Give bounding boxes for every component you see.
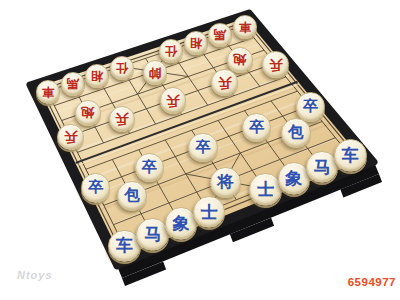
piece-glyph: 馬 [214,29,226,41]
piece-glyph: 炮 [233,53,246,66]
piece-glyph: 卒 [249,120,264,135]
piece-red-soldier[interactable]: 兵 [57,124,84,151]
piece-red-advisor[interactable]: 仕 [110,56,134,80]
piece-glyph: 士 [201,204,218,221]
piece-glyph: 卒 [142,160,157,175]
piece-glyph: 马 [314,159,331,176]
piece-blue-soldier[interactable]: 卒 [188,133,217,162]
piece-glyph: 将 [217,174,233,190]
piece-red-horse[interactable]: 馬 [61,72,85,96]
piece-blue-general[interactable]: 将 [210,167,242,199]
piece-glyph: 马 [144,226,161,243]
piece-red-soldier[interactable]: 兵 [262,51,289,78]
piece-blue-soldier[interactable]: 卒 [135,153,164,182]
piece-glyph: 炮 [81,106,94,119]
piece-glyph: 兵 [218,76,232,90]
piece-glyph: 卒 [303,99,318,114]
piece-glyph: 象 [285,170,302,187]
piece-red-advisor[interactable]: 仕 [159,39,183,63]
piece-glyph: 馬 [67,78,79,90]
piece-red-cannon[interactable]: 炮 [75,100,101,126]
piece-glyph: 車 [42,86,54,98]
piece-red-elephant[interactable]: 相 [184,31,208,55]
piece-red-soldier[interactable]: 兵 [160,87,187,114]
piece-blue-cannon[interactable]: 包 [117,181,147,211]
piece-red-cannon[interactable]: 炮 [227,47,253,73]
piece-glyph: 包 [124,188,140,204]
pieces-layer: 車馬相仕仕相馬車帥炮炮兵兵兵兵兵卒卒卒卒卒包包将车马象士士象马车 [0,0,400,300]
piece-glyph: 车 [342,147,359,164]
piece-glyph: 兵 [115,112,129,126]
piece-blue-soldier[interactable]: 卒 [296,92,325,121]
brand-watermark: Ntoys [17,269,53,281]
piece-blue-advisor[interactable]: 士 [193,196,226,229]
piece-glyph: 卒 [196,140,211,155]
piece-glyph: 相 [91,70,103,82]
piece-glyph: 兵 [269,58,283,72]
piece-glyph: 相 [190,37,202,49]
piece-glyph: 车 [116,237,133,254]
piece-red-chariot[interactable]: 車 [233,15,257,39]
product-photo: 車馬相仕仕相馬車帥炮炮兵兵兵兵兵卒卒卒卒卒包包将车马象士士象马车 Ntoys 6… [0,0,400,300]
photo-id: 6594977 [348,276,396,288]
piece-glyph: 兵 [64,130,78,144]
piece-blue-chariot[interactable]: 车 [334,139,367,172]
piece-blue-soldier[interactable]: 卒 [81,173,110,202]
piece-red-horse[interactable]: 馬 [208,23,232,47]
piece-glyph: 帥 [149,66,162,79]
piece-red-general[interactable]: 帥 [143,60,168,85]
piece-glyph: 卒 [88,180,103,195]
piece-glyph: 包 [288,125,304,141]
piece-glyph: 士 [257,181,274,198]
piece-glyph: 仕 [165,45,177,57]
piece-blue-soldier[interactable]: 卒 [242,113,271,142]
piece-glyph: 兵 [166,94,180,108]
piece-red-elephant[interactable]: 相 [85,64,109,88]
piece-glyph: 象 [172,215,189,232]
piece-red-soldier[interactable]: 兵 [211,69,238,96]
piece-glyph: 仕 [116,62,128,74]
piece-glyph: 車 [239,21,251,33]
piece-red-soldier[interactable]: 兵 [109,106,136,133]
piece-blue-cannon[interactable]: 包 [281,118,311,148]
piece-red-chariot[interactable]: 車 [36,80,60,104]
